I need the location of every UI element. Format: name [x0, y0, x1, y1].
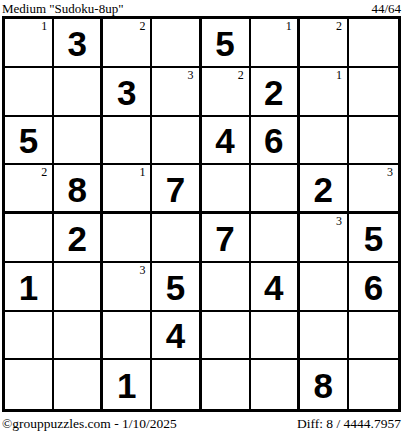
- cell-r8c4[interactable]: [152, 360, 201, 409]
- cell-r1c7[interactable]: 2: [300, 19, 349, 68]
- cell-r2c5[interactable]: 2: [202, 68, 251, 117]
- copyright-date: ©grouppuzzles.com - 1/10/2025: [2, 417, 177, 431]
- cell-r5c8[interactable]: 5: [349, 214, 398, 263]
- cell-r5c3[interactable]: [103, 214, 152, 263]
- corner-mark: 1: [41, 20, 47, 33]
- corner-mark: 2: [336, 20, 342, 33]
- cell-r3c2[interactable]: [54, 117, 103, 166]
- cell-r4c3[interactable]: 1: [103, 165, 152, 214]
- cell-r2c7[interactable]: 1: [300, 68, 349, 117]
- footer: ©grouppuzzles.com - 1/10/2025 Diff: 8 / …: [2, 412, 401, 437]
- given-digit: 4: [215, 121, 234, 158]
- difficulty-rating: Diff: 8 / 4444.7957: [297, 417, 401, 431]
- cell-r6c6[interactable]: 4: [251, 263, 300, 312]
- cell-r6c2[interactable]: [54, 263, 103, 312]
- corner-mark: 1: [336, 69, 342, 82]
- cell-r1c8[interactable]: [349, 19, 398, 68]
- cell-r5c5[interactable]: 7: [202, 214, 251, 263]
- given-digit: 5: [19, 121, 38, 158]
- puzzle-counter: 44/64: [371, 2, 401, 15]
- cell-r4c2[interactable]: 8: [54, 165, 103, 214]
- corner-mark: 1: [286, 20, 292, 33]
- given-digit: 4: [264, 268, 283, 305]
- cell-r7c1[interactable]: [5, 312, 54, 361]
- given-digit: 2: [264, 73, 283, 110]
- cell-r4c6[interactable]: [251, 165, 300, 214]
- corner-mark: 2: [41, 166, 47, 179]
- given-digit: 5: [215, 24, 234, 61]
- cell-r2c4[interactable]: 3: [152, 68, 201, 117]
- cell-r5c1[interactable]: [5, 214, 54, 263]
- given-digit: 1: [117, 366, 136, 403]
- cell-r2c6[interactable]: 2: [251, 68, 300, 117]
- corner-mark: 3: [336, 215, 342, 228]
- corner-mark: 3: [387, 166, 393, 179]
- given-digit: 8: [314, 366, 333, 403]
- cell-r5c7[interactable]: 3: [300, 214, 349, 263]
- given-digit: 5: [364, 219, 383, 256]
- given-digit: 2: [67, 219, 86, 256]
- cell-r7c3[interactable]: [103, 312, 152, 361]
- cell-r1c2[interactable]: 3: [54, 19, 103, 68]
- cell-r8c5[interactable]: [202, 360, 251, 409]
- cell-r6c1[interactable]: 1: [5, 263, 54, 312]
- given-digit: 1: [19, 268, 38, 305]
- corner-mark: 3: [139, 264, 145, 277]
- cell-r1c3[interactable]: 2: [103, 19, 152, 68]
- cell-r1c6[interactable]: 1: [251, 19, 300, 68]
- header: Medium "Sudoku-8up" 44/64: [2, 1, 401, 15]
- given-digit: 8: [67, 170, 86, 207]
- cell-r5c6[interactable]: [251, 214, 300, 263]
- cell-r4c1[interactable]: 2: [5, 165, 54, 214]
- cell-r1c4[interactable]: [152, 19, 201, 68]
- cell-r4c8[interactable]: 3: [349, 165, 398, 214]
- cell-r5c2[interactable]: 2: [54, 214, 103, 263]
- given-digit: 4: [166, 316, 185, 353]
- given-digit: 6: [364, 268, 383, 305]
- given-digit: 2: [314, 170, 333, 207]
- cell-r3c3[interactable]: [103, 117, 152, 166]
- cell-r8c2[interactable]: [54, 360, 103, 409]
- given-digit: 6: [264, 121, 283, 158]
- cell-r3c6[interactable]: 6: [251, 117, 300, 166]
- page-title: Medium "Sudoku-8up": [2, 2, 123, 15]
- cell-r4c4[interactable]: 7: [152, 165, 201, 214]
- puzzle-page: Medium "Sudoku-8up" 44/64 13251233221546…: [0, 0, 403, 437]
- given-digit: 5: [166, 268, 185, 305]
- cell-r7c4[interactable]: 4: [152, 312, 201, 361]
- cell-r3c5[interactable]: 4: [202, 117, 251, 166]
- corner-mark: 2: [139, 20, 145, 33]
- cell-r7c8[interactable]: [349, 312, 398, 361]
- cell-r3c8[interactable]: [349, 117, 398, 166]
- given-digit: 7: [166, 170, 185, 207]
- corner-mark: 2: [238, 69, 244, 82]
- cell-r1c1[interactable]: 1: [5, 19, 54, 68]
- cell-r6c8[interactable]: 6: [349, 263, 398, 312]
- cell-r8c3[interactable]: 1: [103, 360, 152, 409]
- cell-r6c7[interactable]: [300, 263, 349, 312]
- cell-r7c5[interactable]: [202, 312, 251, 361]
- cell-r5c4[interactable]: [152, 214, 201, 263]
- given-digit: 7: [215, 219, 234, 256]
- cell-r2c3[interactable]: 3: [103, 68, 152, 117]
- cell-r8c1[interactable]: [5, 360, 54, 409]
- cell-r7c2[interactable]: [54, 312, 103, 361]
- cell-r1c5[interactable]: 5: [202, 19, 251, 68]
- cell-r6c5[interactable]: [202, 263, 251, 312]
- cell-r8c6[interactable]: [251, 360, 300, 409]
- sudoku-board: 13251233221546281723273513546418: [2, 16, 401, 412]
- given-digit: 3: [117, 73, 136, 110]
- cell-r2c1[interactable]: [5, 68, 54, 117]
- cell-r6c3[interactable]: 3: [103, 263, 152, 312]
- cell-r4c5[interactable]: [202, 165, 251, 214]
- cell-r4c7[interactable]: 2: [300, 165, 349, 214]
- cell-r2c2[interactable]: [54, 68, 103, 117]
- cell-r3c7[interactable]: [300, 117, 349, 166]
- cell-r2c8[interactable]: [349, 68, 398, 117]
- corner-mark: 3: [188, 69, 194, 82]
- cell-r6c4[interactable]: 5: [152, 263, 201, 312]
- cell-r8c7[interactable]: 8: [300, 360, 349, 409]
- cell-r7c6[interactable]: [251, 312, 300, 361]
- corner-mark: 1: [139, 166, 145, 179]
- cell-r8c8[interactable]: [349, 360, 398, 409]
- cell-r7c7[interactable]: [300, 312, 349, 361]
- given-digit: 3: [67, 24, 86, 61]
- cell-r3c1[interactable]: 5: [5, 117, 54, 166]
- cell-r3c4[interactable]: [152, 117, 201, 166]
